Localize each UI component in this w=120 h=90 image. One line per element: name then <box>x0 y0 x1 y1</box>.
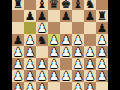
black-pawn-piece[interactable]: ♟ <box>84 10 96 22</box>
square-f8[interactable]: ♝ <box>72 0 84 10</box>
white-pawn-piece[interactable]: ♟ <box>72 82 84 90</box>
video-frame: ♜♝♛♚♝♞♟♟♟♟♜♟♟♟♟♞♟♟♟♟♟♟♟♟♟♟♟♟♟♟♟♟♟♟♟♟♟♟♟♟… <box>0 0 120 90</box>
square-g6[interactable] <box>84 22 96 34</box>
white-pawn-piece[interactable]: ♟ <box>60 46 72 58</box>
letterbox-left <box>0 0 12 90</box>
square-f1[interactable]: ♟ <box>72 82 84 90</box>
square-d7[interactable] <box>48 10 60 22</box>
white-pawn-piece[interactable]: ♟ <box>24 82 36 90</box>
black-knight-piece[interactable]: ♞ <box>36 34 48 46</box>
white-pawn-piece[interactable]: ♟ <box>12 82 24 90</box>
black-rook-piece[interactable]: ♜ <box>12 0 24 10</box>
white-pawn-piece[interactable]: ♟ <box>36 82 48 90</box>
square-d8[interactable]: ♛ <box>48 0 60 10</box>
square-c1[interactable]: ♟ <box>36 82 48 90</box>
letterbox-right <box>108 0 120 90</box>
square-e1[interactable] <box>60 82 72 90</box>
white-pawn-piece[interactable]: ♟ <box>84 82 96 90</box>
black-pawn-piece[interactable]: ♟ <box>60 10 72 22</box>
black-queen-piece[interactable]: ♛ <box>48 0 60 10</box>
square-e2[interactable]: ♟ <box>60 70 72 82</box>
chess-board[interactable]: ♜♝♛♚♝♞♟♟♟♟♜♟♟♟♟♞♟♟♟♟♟♟♟♟♟♟♟♟♟♟♟♟♟♟♟♟♟♟♟♟… <box>12 0 108 90</box>
square-a7[interactable] <box>12 10 24 22</box>
square-h2[interactable]: ♟ <box>96 70 108 82</box>
square-g7[interactable]: ♟ <box>84 10 96 22</box>
square-e4[interactable]: ♟ <box>60 46 72 58</box>
square-f7[interactable] <box>72 10 84 22</box>
white-pawn-piece[interactable]: ♟ <box>48 70 60 82</box>
white-pawn-piece[interactable]: ♟ <box>96 70 108 82</box>
square-a1[interactable]: ♟ <box>12 82 24 90</box>
square-b7[interactable]: ♟ <box>24 10 36 22</box>
white-pawn-piece[interactable]: ♟ <box>60 70 72 82</box>
black-pawn-piece[interactable]: ♟ <box>24 10 36 22</box>
square-c5[interactable]: ♞ <box>36 34 48 46</box>
square-d2[interactable]: ♟ <box>48 70 60 82</box>
square-a8[interactable]: ♜ <box>12 0 24 10</box>
square-h1[interactable] <box>96 82 108 90</box>
square-b1[interactable]: ♟ <box>24 82 36 90</box>
black-bishop-piece[interactable]: ♝ <box>72 0 84 10</box>
square-d1[interactable] <box>48 82 60 90</box>
board-viewport: ♜♝♛♚♝♞♟♟♟♟♜♟♟♟♟♞♟♟♟♟♟♟♟♟♟♟♟♟♟♟♟♟♟♟♟♟♟♟♟♟… <box>12 0 108 90</box>
square-g1[interactable]: ♟ <box>84 82 96 90</box>
square-e7[interactable]: ♟ <box>60 10 72 22</box>
